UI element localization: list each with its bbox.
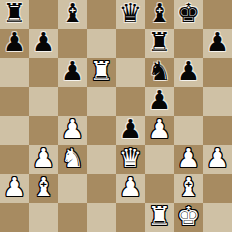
- chessboard: ♜♝♛♝♚♟♟♜♟♟♜♞♟♟♟♟♟♟♞♛♟♟♟♝♟♝♜♚: [0, 0, 232, 232]
- black-pawn[interactable]: ♟: [177, 57, 200, 86]
- square-f2[interactable]: [145, 174, 174, 203]
- square-h4[interactable]: [203, 116, 232, 145]
- white-pawn[interactable]: ♟: [119, 173, 142, 202]
- square-d6[interactable]: ♜: [87, 58, 116, 87]
- square-h8[interactable]: [203, 0, 232, 29]
- square-d1[interactable]: [87, 203, 116, 232]
- white-bishop[interactable]: ♝: [32, 173, 55, 202]
- black-pawn[interactable]: ♟: [3, 28, 26, 57]
- square-h2[interactable]: [203, 174, 232, 203]
- square-g2[interactable]: ♝: [174, 174, 203, 203]
- black-rook[interactable]: ♜: [3, 0, 26, 28]
- square-b7[interactable]: ♟: [29, 29, 58, 58]
- square-e8[interactable]: ♛: [116, 0, 145, 29]
- square-c5[interactable]: [58, 87, 87, 116]
- black-pawn[interactable]: ♟: [206, 28, 229, 57]
- square-f8[interactable]: ♝: [145, 0, 174, 29]
- square-h1[interactable]: [203, 203, 232, 232]
- square-a5[interactable]: [0, 87, 29, 116]
- square-d8[interactable]: [87, 0, 116, 29]
- square-a7[interactable]: ♟: [0, 29, 29, 58]
- black-bishop[interactable]: ♝: [61, 0, 84, 28]
- square-g4[interactable]: [174, 116, 203, 145]
- square-e1[interactable]: [116, 203, 145, 232]
- white-rook[interactable]: ♜: [90, 57, 113, 86]
- white-pawn[interactable]: ♟: [177, 144, 200, 173]
- square-h3[interactable]: ♟: [203, 145, 232, 174]
- square-c7[interactable]: [58, 29, 87, 58]
- square-b5[interactable]: [29, 87, 58, 116]
- square-d4[interactable]: [87, 116, 116, 145]
- white-king[interactable]: ♚: [177, 202, 200, 231]
- square-e2[interactable]: ♟: [116, 174, 145, 203]
- white-pawn[interactable]: ♟: [148, 115, 171, 144]
- square-c4[interactable]: ♟: [58, 116, 87, 145]
- square-h7[interactable]: ♟: [203, 29, 232, 58]
- square-g7[interactable]: [174, 29, 203, 58]
- square-a2[interactable]: ♟: [0, 174, 29, 203]
- square-a1[interactable]: [0, 203, 29, 232]
- square-d2[interactable]: [87, 174, 116, 203]
- square-a4[interactable]: [0, 116, 29, 145]
- black-king[interactable]: ♚: [177, 0, 200, 28]
- square-d7[interactable]: [87, 29, 116, 58]
- square-h6[interactable]: [203, 58, 232, 87]
- black-pawn[interactable]: ♟: [32, 28, 55, 57]
- square-c1[interactable]: [58, 203, 87, 232]
- square-b2[interactable]: ♝: [29, 174, 58, 203]
- white-pawn[interactable]: ♟: [3, 173, 26, 202]
- square-b6[interactable]: [29, 58, 58, 87]
- square-e6[interactable]: [116, 58, 145, 87]
- square-f1[interactable]: ♜: [145, 203, 174, 232]
- white-pawn[interactable]: ♟: [206, 144, 229, 173]
- black-rook[interactable]: ♜: [148, 28, 171, 57]
- square-b3[interactable]: ♟: [29, 145, 58, 174]
- white-pawn[interactable]: ♟: [32, 144, 55, 173]
- square-f7[interactable]: ♜: [145, 29, 174, 58]
- square-h5[interactable]: [203, 87, 232, 116]
- square-g3[interactable]: ♟: [174, 145, 203, 174]
- white-knight[interactable]: ♞: [61, 144, 84, 173]
- square-c3[interactable]: ♞: [58, 145, 87, 174]
- square-e4[interactable]: ♟: [116, 116, 145, 145]
- square-g5[interactable]: [174, 87, 203, 116]
- black-pawn[interactable]: ♟: [148, 86, 171, 115]
- black-pawn[interactable]: ♟: [61, 57, 84, 86]
- black-pawn[interactable]: ♟: [119, 115, 142, 144]
- square-f5[interactable]: ♟: [145, 87, 174, 116]
- white-bishop[interactable]: ♝: [177, 173, 200, 202]
- square-b4[interactable]: [29, 116, 58, 145]
- black-queen[interactable]: ♛: [119, 0, 142, 28]
- square-a3[interactable]: [0, 145, 29, 174]
- square-g1[interactable]: ♚: [174, 203, 203, 232]
- square-a8[interactable]: ♜: [0, 0, 29, 29]
- black-bishop[interactable]: ♝: [148, 0, 171, 28]
- square-b8[interactable]: [29, 0, 58, 29]
- square-c8[interactable]: ♝: [58, 0, 87, 29]
- square-d3[interactable]: [87, 145, 116, 174]
- square-d5[interactable]: [87, 87, 116, 116]
- square-b1[interactable]: [29, 203, 58, 232]
- square-g6[interactable]: ♟: [174, 58, 203, 87]
- white-rook[interactable]: ♜: [148, 202, 171, 231]
- square-c6[interactable]: ♟: [58, 58, 87, 87]
- white-queen[interactable]: ♛: [119, 144, 142, 173]
- square-c2[interactable]: [58, 174, 87, 203]
- square-f6[interactable]: ♞: [145, 58, 174, 87]
- white-pawn[interactable]: ♟: [61, 115, 84, 144]
- square-a6[interactable]: [0, 58, 29, 87]
- square-g8[interactable]: ♚: [174, 0, 203, 29]
- square-f4[interactable]: ♟: [145, 116, 174, 145]
- square-e3[interactable]: ♛: [116, 145, 145, 174]
- square-e7[interactable]: [116, 29, 145, 58]
- black-knight[interactable]: ♞: [148, 57, 171, 86]
- square-f3[interactable]: [145, 145, 174, 174]
- square-e5[interactable]: [116, 87, 145, 116]
